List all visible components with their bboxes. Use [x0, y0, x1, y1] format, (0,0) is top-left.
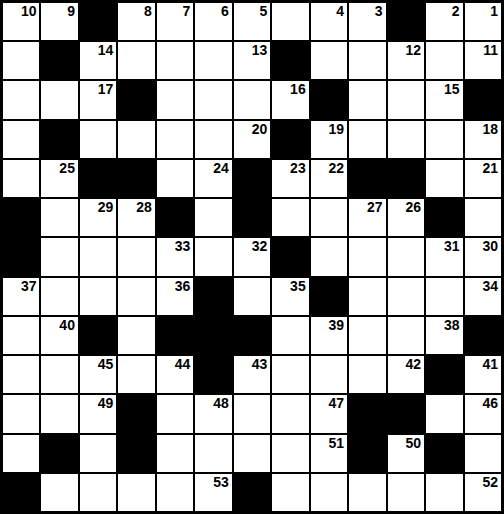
- clue-number-2: 2: [452, 4, 460, 19]
- cell-r12-c13[interactable]: [465, 435, 501, 472]
- cell-r9-c11[interactable]: [388, 317, 424, 354]
- clue-number-34: 34: [482, 279, 498, 294]
- cell-r4-c10[interactable]: [349, 121, 385, 158]
- block-cell-r13-c7: [234, 474, 270, 511]
- cell-r3-c10[interactable]: [349, 81, 385, 118]
- clue-number-28: 28: [136, 200, 152, 215]
- clue-number-52: 52: [482, 475, 498, 490]
- block-cell-r9-c6: [195, 317, 231, 354]
- clue-number-42: 42: [405, 357, 421, 372]
- block-cell-r1-c3: [80, 3, 116, 40]
- cell-r13-c11[interactable]: [388, 474, 424, 511]
- block-cell-r11-c4: [118, 395, 154, 432]
- clue-number-9: 9: [67, 4, 75, 19]
- cell-r1-c5[interactable]: 7: [157, 3, 193, 40]
- block-cell-r8-c6: [195, 278, 231, 315]
- cell-r13-c10[interactable]: [349, 474, 385, 511]
- cell-r7-c11[interactable]: [388, 238, 424, 275]
- cell-r2-c9[interactable]: [311, 42, 347, 79]
- clue-number-18: 18: [482, 122, 498, 137]
- clue-number-16: 16: [290, 82, 306, 97]
- block-cell-r3-c4: [118, 81, 154, 118]
- cell-r8-c11[interactable]: [388, 278, 424, 315]
- cell-r7-c4[interactable]: [118, 238, 154, 275]
- block-cell-r9-c13: [465, 317, 501, 354]
- block-cell-r10-c12: [426, 356, 462, 393]
- clue-number-17: 17: [98, 82, 114, 97]
- block-cell-r9-c5: [157, 317, 193, 354]
- cell-r11-c1[interactable]: [3, 395, 39, 432]
- cell-r4-c7[interactable]: 20: [234, 121, 270, 158]
- cell-r7-c10[interactable]: [349, 238, 385, 275]
- cell-r3-c2[interactable]: [41, 81, 77, 118]
- clue-number-14: 14: [98, 43, 114, 58]
- clue-number-27: 27: [367, 200, 383, 215]
- clue-number-36: 36: [175, 279, 191, 294]
- clue-number-30: 30: [482, 239, 498, 254]
- cell-r4-c12[interactable]: [426, 121, 462, 158]
- cell-r4-c11[interactable]: [388, 121, 424, 158]
- cell-r13-c5[interactable]: [157, 474, 193, 511]
- clue-number-25: 25: [59, 161, 75, 176]
- cell-r5-c5[interactable]: [157, 160, 193, 197]
- cell-r6-c9[interactable]: [311, 199, 347, 236]
- clue-number-5: 5: [259, 4, 267, 19]
- clue-number-26: 26: [405, 200, 421, 215]
- block-cell-r12-c2: [41, 435, 77, 472]
- cell-r2-c3[interactable]: 14: [80, 42, 116, 79]
- clue-number-7: 7: [183, 4, 191, 19]
- cell-r7-c12[interactable]: 31: [426, 238, 462, 275]
- clue-number-13: 13: [252, 43, 268, 58]
- clue-number-8: 8: [144, 4, 152, 19]
- cell-r1-c13[interactable]: 1: [465, 3, 501, 40]
- cell-r5-c13[interactable]: 21: [465, 160, 501, 197]
- cell-r7-c2[interactable]: [41, 238, 77, 275]
- clue-number-53: 53: [213, 475, 229, 490]
- clue-number-21: 21: [482, 161, 498, 176]
- block-cell-r6-c5: [157, 199, 193, 236]
- cell-r5-c9[interactable]: 22: [311, 160, 347, 197]
- cell-r11-c8[interactable]: [272, 395, 308, 432]
- cell-r10-c5[interactable]: 44: [157, 356, 193, 393]
- cell-r7-c6[interactable]: [195, 238, 231, 275]
- block-cell-r5-c3: [80, 160, 116, 197]
- cell-r9-c4[interactable]: [118, 317, 154, 354]
- cell-r11-c9[interactable]: 47: [311, 395, 347, 432]
- clue-number-3: 3: [375, 4, 383, 19]
- cell-r6-c3[interactable]: 29: [80, 199, 116, 236]
- block-cell-r2-c8: [272, 42, 308, 79]
- block-cell-r4-c2: [41, 121, 77, 158]
- cell-r5-c6[interactable]: 24: [195, 160, 231, 197]
- cell-r10-c8[interactable]: [272, 356, 308, 393]
- cell-r5-c12[interactable]: [426, 160, 462, 197]
- cell-r12-c1[interactable]: [3, 435, 39, 472]
- block-cell-r3-c9: [311, 81, 347, 118]
- cell-r4-c4[interactable]: [118, 121, 154, 158]
- cell-r11-c3[interactable]: 49: [80, 395, 116, 432]
- clue-number-51: 51: [329, 436, 345, 451]
- clue-number-37: 37: [21, 279, 37, 294]
- cell-r8-c2[interactable]: [41, 278, 77, 315]
- block-cell-r5-c10: [349, 160, 385, 197]
- clue-number-47: 47: [329, 396, 345, 411]
- cell-r4-c1[interactable]: [3, 121, 39, 158]
- cell-r11-c7[interactable]: [234, 395, 270, 432]
- cell-r5-c2[interactable]: 25: [41, 160, 77, 197]
- cell-r11-c6[interactable]: 48: [195, 395, 231, 432]
- cell-r7-c7[interactable]: 32: [234, 238, 270, 275]
- cell-r13-c4[interactable]: [118, 474, 154, 511]
- cell-r9-c2[interactable]: 40: [41, 317, 77, 354]
- cell-r3-c5[interactable]: [157, 81, 193, 118]
- cell-r2-c10[interactable]: [349, 42, 385, 79]
- cell-r9-c9[interactable]: 39: [311, 317, 347, 354]
- cell-r8-c1[interactable]: 37: [3, 278, 39, 315]
- cell-r4-c6[interactable]: [195, 121, 231, 158]
- cell-r2-c13[interactable]: 11: [465, 42, 501, 79]
- clue-number-11: 11: [483, 43, 498, 58]
- cell-r3-c11[interactable]: [388, 81, 424, 118]
- block-cell-r11-c10: [349, 395, 385, 432]
- cell-r3-c12[interactable]: 15: [426, 81, 462, 118]
- block-cell-r4-c8: [272, 121, 308, 158]
- block-cell-r12-c4: [118, 435, 154, 472]
- cell-r10-c4[interactable]: [118, 356, 154, 393]
- block-cell-r6-c12: [426, 199, 462, 236]
- cell-r11-c2[interactable]: [41, 395, 77, 432]
- cell-r13-c13[interactable]: 52: [465, 474, 501, 511]
- clue-number-4: 4: [336, 4, 344, 19]
- block-cell-r5-c4: [118, 160, 154, 197]
- clue-number-12: 12: [405, 43, 421, 58]
- clue-number-41: 41: [482, 357, 498, 372]
- cell-r3-c7[interactable]: [234, 81, 270, 118]
- cell-r8-c5[interactable]: 36: [157, 278, 193, 315]
- block-cell-r9-c3: [80, 317, 116, 354]
- cell-r6-c11[interactable]: 26: [388, 199, 424, 236]
- clue-number-32: 32: [252, 239, 268, 254]
- block-cell-r3-c13: [465, 81, 501, 118]
- cell-r5-c1[interactable]: [3, 160, 39, 197]
- cell-r13-c3[interactable]: [80, 474, 116, 511]
- cell-r12-c6[interactable]: [195, 435, 231, 472]
- cell-r10-c13[interactable]: 41: [465, 356, 501, 393]
- block-cell-r12-c12: [426, 435, 462, 472]
- cell-r4-c5[interactable]: [157, 121, 193, 158]
- cell-r10-c10[interactable]: [349, 356, 385, 393]
- block-cell-r10-c6: [195, 356, 231, 393]
- block-cell-r7-c8: [272, 238, 308, 275]
- block-cell-r13-c1: [3, 474, 39, 511]
- cell-r2-c6[interactable]: [195, 42, 231, 79]
- cell-r8-c3[interactable]: [80, 278, 116, 315]
- cell-r1-c2[interactable]: 9: [41, 3, 77, 40]
- cell-r2-c11[interactable]: 12: [388, 42, 424, 79]
- block-cell-r11-c11: [388, 395, 424, 432]
- cell-r2-c1[interactable]: [3, 42, 39, 79]
- cell-r13-c6[interactable]: 53: [195, 474, 231, 511]
- clue-number-33: 33: [175, 239, 191, 254]
- clue-number-50: 50: [405, 436, 421, 451]
- cell-r9-c1[interactable]: [3, 317, 39, 354]
- clue-number-6: 6: [221, 4, 229, 19]
- cell-r12-c7[interactable]: [234, 435, 270, 472]
- cell-r10-c7[interactable]: 43: [234, 356, 270, 393]
- cell-r9-c10[interactable]: [349, 317, 385, 354]
- clue-number-24: 24: [213, 161, 229, 176]
- clue-number-1: 1: [490, 4, 498, 19]
- cell-r12-c3[interactable]: [80, 435, 116, 472]
- cell-r1-c9[interactable]: 4: [311, 3, 347, 40]
- cell-r12-c11[interactable]: 50: [388, 435, 424, 472]
- clue-number-31: 31: [444, 239, 460, 254]
- cell-r2-c7[interactable]: 13: [234, 42, 270, 79]
- cell-r6-c10[interactable]: 27: [349, 199, 385, 236]
- cell-r1-c12[interactable]: 2: [426, 3, 462, 40]
- cell-r9-c8[interactable]: [272, 317, 308, 354]
- clue-number-15: 15: [444, 82, 460, 97]
- block-cell-r2-c2: [41, 42, 77, 79]
- cell-r13-c12[interactable]: [426, 474, 462, 511]
- cell-r3-c8[interactable]: 16: [272, 81, 308, 118]
- clue-number-20: 20: [252, 122, 268, 137]
- cell-r8-c8[interactable]: 35: [272, 278, 308, 315]
- cell-r8-c10[interactable]: [349, 278, 385, 315]
- cell-r8-c7[interactable]: [234, 278, 270, 315]
- clue-number-23: 23: [290, 161, 306, 176]
- block-cell-r5-c7: [234, 160, 270, 197]
- cell-r11-c13[interactable]: 46: [465, 395, 501, 432]
- clue-number-39: 39: [329, 318, 345, 333]
- cell-r13-c8[interactable]: [272, 474, 308, 511]
- clue-number-48: 48: [213, 396, 229, 411]
- clue-number-35: 35: [290, 279, 306, 294]
- cell-r10-c2[interactable]: [41, 356, 77, 393]
- block-cell-r6-c7: [234, 199, 270, 236]
- cell-r13-c9[interactable]: [311, 474, 347, 511]
- cell-r10-c9[interactable]: [311, 356, 347, 393]
- block-cell-r6-c1: [3, 199, 39, 236]
- cell-r6-c6[interactable]: [195, 199, 231, 236]
- cell-r3-c3[interactable]: 17: [80, 81, 116, 118]
- cell-r11-c12[interactable]: [426, 395, 462, 432]
- cell-r12-c5[interactable]: [157, 435, 193, 472]
- clue-number-49: 49: [98, 396, 114, 411]
- clue-number-29: 29: [98, 200, 114, 215]
- cell-r1-c4[interactable]: 8: [118, 3, 154, 40]
- clue-number-45: 45: [98, 357, 114, 372]
- clue-number-43: 43: [252, 357, 268, 372]
- cell-r4-c13[interactable]: 18: [465, 121, 501, 158]
- cell-r10-c11[interactable]: 42: [388, 356, 424, 393]
- cell-r2-c5[interactable]: [157, 42, 193, 79]
- cell-r6-c2[interactable]: [41, 199, 77, 236]
- cell-r6-c8[interactable]: [272, 199, 308, 236]
- cell-r12-c8[interactable]: [272, 435, 308, 472]
- cell-r1-c1[interactable]: 10: [3, 3, 39, 40]
- cell-r7-c13[interactable]: 30: [465, 238, 501, 275]
- cell-r5-c8[interactable]: 23: [272, 160, 308, 197]
- block-cell-r7-c1: [3, 238, 39, 275]
- cell-r8-c13[interactable]: 34: [465, 278, 501, 315]
- clue-number-19: 19: [329, 122, 345, 137]
- cell-r8-c4[interactable]: [118, 278, 154, 315]
- cell-r1-c10[interactable]: 3: [349, 3, 385, 40]
- cell-r10-c1[interactable]: [3, 356, 39, 393]
- cell-r1-c8[interactable]: [272, 3, 308, 40]
- clue-number-40: 40: [59, 318, 75, 333]
- clue-number-22: 22: [329, 161, 345, 176]
- cell-r12-c9[interactable]: 51: [311, 435, 347, 472]
- block-cell-r1-c11: [388, 3, 424, 40]
- cell-r7-c5[interactable]: 33: [157, 238, 193, 275]
- cell-r8-c12[interactable]: [426, 278, 462, 315]
- cell-r6-c13[interactable]: [465, 199, 501, 236]
- cell-r7-c3[interactable]: [80, 238, 116, 275]
- crossword-grid: 1098765432114131211171615201918252423222…: [0, 0, 504, 514]
- cell-r2-c12[interactable]: [426, 42, 462, 79]
- cell-r4-c3[interactable]: [80, 121, 116, 158]
- cell-r11-c5[interactable]: [157, 395, 193, 432]
- cell-r3-c1[interactable]: [3, 81, 39, 118]
- cell-r3-c6[interactable]: [195, 81, 231, 118]
- block-cell-r8-c9: [311, 278, 347, 315]
- clue-number-44: 44: [175, 357, 191, 372]
- clue-number-46: 46: [482, 396, 498, 411]
- cell-r9-c12[interactable]: 38: [426, 317, 462, 354]
- block-cell-r12-c10: [349, 435, 385, 472]
- cell-r6-c4[interactable]: 28: [118, 199, 154, 236]
- cell-r7-c9[interactable]: [311, 238, 347, 275]
- cell-r13-c2[interactable]: [41, 474, 77, 511]
- cell-r1-c7[interactable]: 5: [234, 3, 270, 40]
- cell-r10-c3[interactable]: 45: [80, 356, 116, 393]
- clue-number-38: 38: [444, 318, 460, 333]
- block-cell-r9-c7: [234, 317, 270, 354]
- clue-number-10: 10: [21, 4, 37, 19]
- cell-r4-c9[interactable]: 19: [311, 121, 347, 158]
- block-cell-r5-c11: [388, 160, 424, 197]
- cell-r1-c6[interactable]: 6: [195, 3, 231, 40]
- cell-r2-c4[interactable]: [118, 42, 154, 79]
